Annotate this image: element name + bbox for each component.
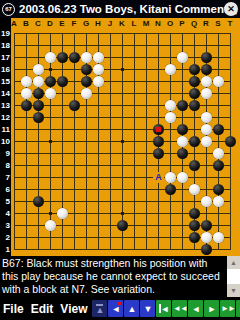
stone-white-E4 bbox=[57, 208, 68, 219]
stone-black-C5 bbox=[33, 196, 44, 207]
stone-white-H16 bbox=[93, 64, 104, 75]
col-label-N: N bbox=[152, 19, 164, 28]
stone-black-P13 bbox=[177, 100, 188, 111]
row-label-7: 7 bbox=[0, 173, 10, 182]
row-label-6: 6 bbox=[0, 185, 10, 194]
col-label-P: P bbox=[176, 19, 188, 28]
stone-white-G17 bbox=[81, 52, 92, 63]
stone-white-R11 bbox=[201, 124, 212, 135]
stone-black-Q8 bbox=[189, 160, 200, 171]
col-label-A: A bbox=[8, 19, 20, 28]
row-label-17: 17 bbox=[0, 53, 10, 62]
nav-variation-back-icon[interactable]: ◄ bbox=[108, 300, 123, 317]
stone-black-Q2 bbox=[189, 232, 200, 243]
stone-white-O12 bbox=[165, 112, 176, 123]
stone-black-C14 bbox=[33, 88, 44, 99]
comment-scrollbar: ▲ ▼ bbox=[227, 256, 240, 297]
hoshi-point bbox=[121, 68, 124, 71]
stone-white-H15 bbox=[93, 76, 104, 87]
menu-view[interactable]: View bbox=[60, 302, 87, 316]
menu-edit[interactable]: Edit bbox=[31, 302, 54, 316]
stone-black-E17 bbox=[57, 52, 68, 63]
stone-white-G14 bbox=[81, 88, 92, 99]
row-number-strip: 19181716151413121110987654321 bbox=[0, 18, 11, 256]
stone-black-R16 bbox=[201, 64, 212, 75]
go-board[interactable]: 19181716151413121110987654321 ABCDEFGHJK… bbox=[0, 18, 240, 256]
col-label-Q: Q bbox=[188, 19, 200, 28]
comment-pane: B67: Black must strengthen his position … bbox=[0, 256, 240, 297]
col-label-D: D bbox=[44, 19, 56, 28]
col-label-T: T bbox=[224, 19, 236, 28]
stone-white-R5 bbox=[201, 196, 212, 207]
hoshi-point bbox=[121, 212, 124, 215]
menu-toolbar: File Edit View ▲◄▲▼◄◄◄◄►►►► bbox=[0, 297, 240, 320]
hoshi-point bbox=[121, 140, 124, 143]
grid-hline bbox=[14, 177, 231, 178]
stone-white-B15 bbox=[21, 76, 32, 87]
row-label-9: 9 bbox=[0, 149, 10, 158]
row-label-16: 16 bbox=[0, 65, 10, 74]
app-icon: 67 bbox=[2, 3, 15, 16]
col-label-L: L bbox=[128, 19, 140, 28]
stone-black-R1 bbox=[201, 244, 212, 255]
stone-white-O7 bbox=[165, 172, 176, 183]
stone-black-E15 bbox=[57, 76, 68, 87]
col-label-K: K bbox=[116, 19, 128, 28]
stone-black-N11 bbox=[153, 124, 164, 135]
stone-black-P11 bbox=[177, 124, 188, 135]
scrollbar-thumb[interactable] bbox=[227, 269, 240, 284]
stone-white-B14 bbox=[21, 88, 32, 99]
stone-white-R12 bbox=[201, 112, 212, 123]
stone-white-R10 bbox=[201, 136, 212, 147]
board-label-A: A bbox=[153, 172, 164, 183]
row-label-5: 5 bbox=[0, 197, 10, 206]
nav-forward-fast-icon[interactable]: ►► bbox=[220, 300, 235, 317]
app-window: 67 2003.06.23 Two Boys, Kitani Comments,… bbox=[0, 0, 240, 320]
stone-white-R15 bbox=[201, 76, 212, 87]
stone-white-D17 bbox=[45, 52, 56, 63]
row-label-13: 13 bbox=[0, 101, 10, 110]
stone-white-P7 bbox=[177, 172, 188, 183]
nav-button-group: ▲◄▲▼◄◄◄◄►►►► bbox=[92, 300, 240, 317]
title-bar: 67 2003.06.23 Two Boys, Kitani Comments,… bbox=[0, 0, 240, 18]
stone-black-S11 bbox=[213, 124, 224, 135]
row-label-10: 10 bbox=[0, 137, 10, 146]
window-title: 2003.06.23 Two Boys, Kitani Comments, bbox=[19, 3, 237, 15]
stone-black-K3 bbox=[117, 220, 128, 231]
stone-white-D3 bbox=[45, 220, 56, 231]
stone-white-S5 bbox=[213, 196, 224, 207]
col-label-O: O bbox=[164, 19, 176, 28]
grid-hline bbox=[14, 153, 231, 154]
stone-black-G15 bbox=[81, 76, 92, 87]
col-label-S: S bbox=[212, 19, 224, 28]
nav-last-icon[interactable]: ► bbox=[236, 300, 240, 317]
last-move-marker bbox=[156, 127, 161, 132]
col-label-C: C bbox=[32, 19, 44, 28]
stone-black-D15 bbox=[45, 76, 56, 87]
row-label-15: 15 bbox=[0, 77, 10, 86]
grid-hline bbox=[14, 129, 231, 130]
stone-black-G16 bbox=[81, 64, 92, 75]
stone-white-O16 bbox=[165, 64, 176, 75]
stone-black-R3 bbox=[201, 220, 212, 231]
stone-white-R2 bbox=[201, 232, 212, 243]
row-label-1: 1 bbox=[0, 245, 10, 254]
grid-hline bbox=[14, 249, 231, 250]
scroll-up-icon[interactable]: ▲ bbox=[227, 256, 240, 269]
row-label-3: 3 bbox=[0, 221, 10, 230]
nav-to-top-icon[interactable]: ▲ bbox=[92, 300, 107, 317]
menu-file[interactable]: File bbox=[3, 302, 24, 316]
row-label-4: 4 bbox=[0, 209, 10, 218]
stone-white-H17 bbox=[93, 52, 104, 63]
stone-black-P9 bbox=[177, 148, 188, 159]
stone-black-C12 bbox=[33, 112, 44, 123]
stone-white-Q6 bbox=[189, 184, 200, 195]
stone-black-N10 bbox=[153, 136, 164, 147]
row-label-14: 14 bbox=[0, 89, 10, 98]
stone-white-O13 bbox=[165, 100, 176, 111]
stone-black-Q15 bbox=[189, 76, 200, 87]
stone-black-Q10 bbox=[189, 136, 200, 147]
scroll-down-icon[interactable]: ▼ bbox=[227, 284, 240, 297]
stone-white-S2 bbox=[213, 232, 224, 243]
stone-black-Q13 bbox=[189, 100, 200, 111]
stone-black-R17 bbox=[201, 52, 212, 63]
hoshi-point bbox=[49, 212, 52, 215]
stone-white-C15 bbox=[33, 76, 44, 87]
stone-white-S9 bbox=[213, 148, 224, 159]
nav-forward-icon[interactable]: ► bbox=[204, 300, 219, 317]
col-label-R: R bbox=[200, 19, 212, 28]
col-label-F: F bbox=[68, 19, 80, 28]
col-label-J: J bbox=[104, 19, 116, 28]
stone-black-Q3 bbox=[189, 220, 200, 231]
nav-back-icon[interactable]: ◄ bbox=[188, 300, 203, 317]
stone-white-P17 bbox=[177, 52, 188, 63]
grid-hline bbox=[14, 201, 231, 202]
stone-black-F17 bbox=[69, 52, 80, 63]
stone-black-S8 bbox=[213, 160, 224, 171]
row-label-18: 18 bbox=[0, 41, 10, 50]
stone-white-P10 bbox=[177, 136, 188, 147]
col-label-G: G bbox=[80, 19, 92, 28]
stone-black-Q14 bbox=[189, 88, 200, 99]
hoshi-point bbox=[49, 140, 52, 143]
col-label-H: H bbox=[92, 19, 104, 28]
grid-hline bbox=[14, 117, 231, 118]
grid-hline bbox=[14, 45, 231, 46]
row-label-2: 2 bbox=[0, 233, 10, 242]
row-label-8: 8 bbox=[0, 161, 10, 170]
col-label-E: E bbox=[56, 19, 68, 28]
row-label-12: 12 bbox=[0, 113, 10, 122]
stone-white-C16 bbox=[33, 64, 44, 75]
stone-black-Q4 bbox=[189, 208, 200, 219]
stone-black-C13 bbox=[33, 100, 44, 111]
nav-down-icon[interactable]: ▼ bbox=[140, 300, 155, 317]
close-icon[interactable]: ✕ bbox=[224, 2, 238, 16]
stone-black-B13 bbox=[21, 100, 32, 111]
col-label-M: M bbox=[140, 19, 152, 28]
nav-first-icon[interactable]: ◄ bbox=[156, 300, 171, 317]
col-label-B: B bbox=[20, 19, 32, 28]
grid-hline bbox=[14, 33, 231, 34]
row-label-11: 11 bbox=[0, 125, 10, 134]
stone-black-S6 bbox=[213, 184, 224, 195]
stone-white-D14 bbox=[45, 88, 56, 99]
hoshi-point bbox=[49, 68, 52, 71]
nav-up-icon[interactable]: ▲ bbox=[124, 300, 139, 317]
stone-black-F13 bbox=[69, 100, 80, 111]
stone-white-S15 bbox=[213, 76, 224, 87]
nav-back-fast-icon[interactable]: ◄◄ bbox=[172, 300, 187, 317]
stone-black-O6 bbox=[165, 184, 176, 195]
row-label-19: 19 bbox=[0, 29, 10, 38]
comment-text: B67: Black must strengthen his position … bbox=[2, 257, 225, 296]
stone-black-Q16 bbox=[189, 64, 200, 75]
stone-white-R14 bbox=[201, 88, 212, 99]
stone-black-N9 bbox=[153, 148, 164, 159]
stone-black-T10 bbox=[225, 136, 236, 147]
